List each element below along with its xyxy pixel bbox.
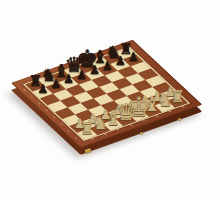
rank-label: 3 [58,122,64,125]
product-photo-scene: HGFEDCBA87654321 ♜♞♝♛♚♝♞♜♟♟♟♟♟♟♟♟♟♟♟♟♟♟♟… [0,0,220,200]
black-pawn: ♟ [38,83,49,95]
rank-label: 6 [36,102,42,105]
black-pawn: ♟ [89,65,100,77]
white-knight: ♞ [92,115,108,133]
black-pawn: ♟ [50,79,61,91]
rank-label: 7 [29,95,35,98]
black-pawn: ♟ [63,74,74,86]
black-pawn: ♟ [128,51,139,63]
rank-label: 5 [44,109,50,112]
brass-hinge [140,132,143,135]
white-rook: ♜ [80,121,94,137]
rank-label: 2 [66,129,72,132]
black-pawn: ♟ [76,69,87,81]
black-pawn: ♟ [115,56,126,68]
rank-label: 1 [73,136,79,139]
rank-label: 4 [51,116,57,119]
black-pawn: ♟ [102,60,113,72]
rank-label: 8 [21,88,27,91]
